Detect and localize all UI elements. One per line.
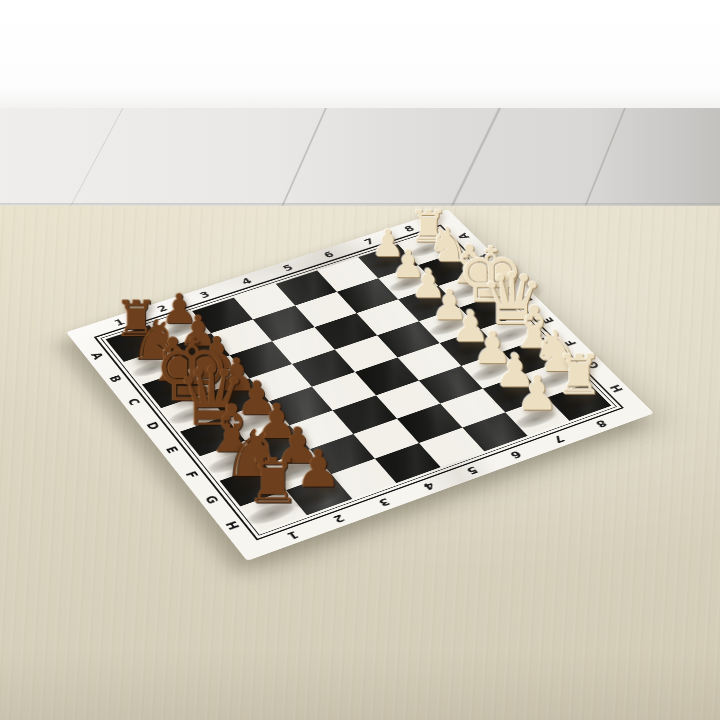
rook-glyph: ♜ — [199, 451, 347, 510]
marble-vein — [437, 108, 506, 210]
wall-marble-band — [0, 108, 720, 210]
pawn-glyph: ♟ — [466, 371, 609, 416]
wall-shadow-right — [580, 108, 720, 210]
marble-vein — [270, 108, 334, 210]
photo-scene: ♜♞♝♚♛♝♞♜♟♟♟♟♟♟♟♟♟♟♟♟♟♟♟♟♜♞♝♚♛♝♞♜ AABBCCD… — [0, 0, 720, 720]
marble-vein — [57, 108, 124, 210]
wall-upper-white — [0, 0, 720, 110]
